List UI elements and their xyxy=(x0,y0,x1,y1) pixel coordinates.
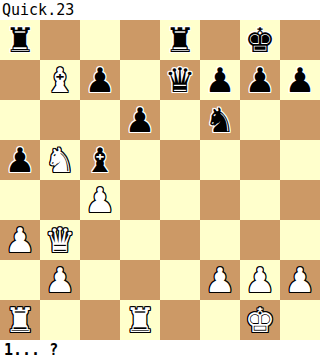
square-e8[interactable]: ♜ xyxy=(160,20,200,60)
square-b3[interactable]: ♛ xyxy=(40,220,80,260)
square-e4[interactable] xyxy=(160,180,200,220)
square-a7[interactable] xyxy=(0,60,40,100)
white-queen: ♛ xyxy=(45,220,75,260)
square-a8[interactable]: ♜ xyxy=(0,20,40,60)
square-a1[interactable]: ♜ xyxy=(0,300,40,340)
puzzle-title: Quick.23 xyxy=(0,0,320,20)
square-h8[interactable] xyxy=(280,20,320,60)
black-pawn: ♟ xyxy=(245,60,275,100)
square-d3[interactable] xyxy=(120,220,160,260)
white-rook: ♜ xyxy=(125,300,155,340)
chess-diagram-window: Quick.23 ♜♜♚♝♟♛♟♟♟♟♞♟♞♝♟♟♛♟♟♟♟♜♜♚ 1... ? xyxy=(0,0,320,360)
white-pawn: ♟ xyxy=(5,220,35,260)
square-f6[interactable]: ♞ xyxy=(200,100,240,140)
square-e6[interactable] xyxy=(160,100,200,140)
square-c6[interactable] xyxy=(80,100,120,140)
white-pawn: ♟ xyxy=(245,260,275,300)
square-e1[interactable] xyxy=(160,300,200,340)
square-b4[interactable] xyxy=(40,180,80,220)
square-d8[interactable] xyxy=(120,20,160,60)
square-h2[interactable]: ♟ xyxy=(280,260,320,300)
white-rook: ♜ xyxy=(5,300,35,340)
white-pawn: ♟ xyxy=(45,260,75,300)
square-d1[interactable]: ♜ xyxy=(120,300,160,340)
square-f3[interactable] xyxy=(200,220,240,260)
black-rook: ♜ xyxy=(5,20,35,60)
white-pawn: ♟ xyxy=(285,260,315,300)
square-a5[interactable]: ♟ xyxy=(0,140,40,180)
square-c2[interactable] xyxy=(80,260,120,300)
black-pawn: ♟ xyxy=(125,100,155,140)
square-h4[interactable] xyxy=(280,180,320,220)
square-h7[interactable]: ♟ xyxy=(280,60,320,100)
square-b5[interactable]: ♞ xyxy=(40,140,80,180)
square-g1[interactable]: ♚ xyxy=(240,300,280,340)
square-h5[interactable] xyxy=(280,140,320,180)
square-f7[interactable]: ♟ xyxy=(200,60,240,100)
white-pawn: ♟ xyxy=(85,180,115,220)
white-pawn: ♟ xyxy=(205,260,235,300)
square-a3[interactable]: ♟ xyxy=(0,220,40,260)
square-d5[interactable] xyxy=(120,140,160,180)
square-b7[interactable]: ♝ xyxy=(40,60,80,100)
square-c4[interactable]: ♟ xyxy=(80,180,120,220)
square-a2[interactable] xyxy=(0,260,40,300)
square-e7[interactable]: ♛ xyxy=(160,60,200,100)
square-g2[interactable]: ♟ xyxy=(240,260,280,300)
black-bishop: ♝ xyxy=(85,140,115,180)
black-pawn: ♟ xyxy=(205,60,235,100)
square-e3[interactable] xyxy=(160,220,200,260)
square-g5[interactable] xyxy=(240,140,280,180)
square-f1[interactable] xyxy=(200,300,240,340)
square-h3[interactable] xyxy=(280,220,320,260)
square-b8[interactable] xyxy=(40,20,80,60)
black-queen: ♛ xyxy=(165,60,195,100)
square-f8[interactable] xyxy=(200,20,240,60)
square-c1[interactable] xyxy=(80,300,120,340)
square-d2[interactable] xyxy=(120,260,160,300)
square-a4[interactable] xyxy=(0,180,40,220)
square-d6[interactable]: ♟ xyxy=(120,100,160,140)
square-g6[interactable] xyxy=(240,100,280,140)
black-knight: ♞ xyxy=(205,100,235,140)
square-g8[interactable]: ♚ xyxy=(240,20,280,60)
square-a6[interactable] xyxy=(0,100,40,140)
black-pawn: ♟ xyxy=(5,140,35,180)
square-b2[interactable]: ♟ xyxy=(40,260,80,300)
square-e2[interactable] xyxy=(160,260,200,300)
square-g7[interactable]: ♟ xyxy=(240,60,280,100)
square-d7[interactable] xyxy=(120,60,160,100)
black-pawn: ♟ xyxy=(285,60,315,100)
square-c3[interactable] xyxy=(80,220,120,260)
chess-board: ♜♜♚♝♟♛♟♟♟♟♞♟♞♝♟♟♛♟♟♟♟♜♜♚ xyxy=(0,20,320,340)
square-b6[interactable] xyxy=(40,100,80,140)
move-prompt: 1... ? xyxy=(0,340,320,360)
square-f2[interactable]: ♟ xyxy=(200,260,240,300)
white-bishop: ♝ xyxy=(45,60,75,100)
square-b1[interactable] xyxy=(40,300,80,340)
black-king: ♚ xyxy=(245,20,275,60)
square-c5[interactable]: ♝ xyxy=(80,140,120,180)
square-f4[interactable] xyxy=(200,180,240,220)
white-king: ♚ xyxy=(245,300,275,340)
black-pawn: ♟ xyxy=(85,60,115,100)
square-c8[interactable] xyxy=(80,20,120,60)
square-g3[interactable] xyxy=(240,220,280,260)
square-d4[interactable] xyxy=(120,180,160,220)
square-c7[interactable]: ♟ xyxy=(80,60,120,100)
square-h1[interactable] xyxy=(280,300,320,340)
square-e5[interactable] xyxy=(160,140,200,180)
square-h6[interactable] xyxy=(280,100,320,140)
white-knight: ♞ xyxy=(45,140,75,180)
square-f5[interactable] xyxy=(200,140,240,180)
square-g4[interactable] xyxy=(240,180,280,220)
black-rook: ♜ xyxy=(165,20,195,60)
